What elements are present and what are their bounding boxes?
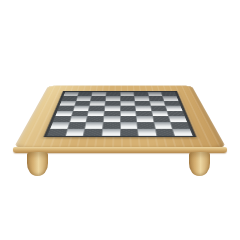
board-square-r6-c1 [68, 122, 86, 128]
board-square-r4-c3 [104, 111, 119, 116]
board-square-r5-c2 [87, 116, 104, 122]
board-square-r3-c1 [73, 106, 89, 111]
board-square-r6-c0 [50, 122, 69, 128]
board-square-r3-c4 [120, 106, 135, 111]
board-square-r6-c4 [120, 122, 137, 128]
table-leg-right [189, 152, 210, 176]
board-square-r6-c6 [154, 122, 172, 128]
board-square-r7-c0 [47, 129, 66, 136]
board-square-r6-c2 [85, 122, 102, 128]
board-square-r4-c7 [168, 111, 185, 116]
board-square-r7-c5 [138, 129, 156, 136]
board-square-r6-c7 [171, 122, 190, 128]
board-square-r7-c7 [173, 129, 192, 136]
board-square-r6-c5 [137, 122, 154, 128]
board-table-top [13, 85, 227, 149]
board-square-r3-c5 [136, 106, 151, 111]
board-square-r4-c0 [55, 111, 72, 116]
board-square-r7-c4 [120, 129, 137, 136]
board-grid [47, 92, 192, 136]
board-square-r3-c3 [105, 106, 120, 111]
board-square-r5-c3 [104, 116, 120, 122]
board-square-r7-c1 [66, 129, 85, 136]
board-square-r5-c1 [70, 116, 87, 122]
board-square-r3-c7 [166, 106, 182, 111]
board-square-r3-c6 [151, 106, 167, 111]
board-square-r4-c5 [136, 111, 152, 116]
board-square-r3-c2 [89, 106, 104, 111]
board-square-r7-c3 [102, 129, 119, 136]
board-square-r4-c6 [152, 111, 169, 116]
board-square-r3-c0 [58, 106, 74, 111]
board-square-r5-c6 [153, 116, 170, 122]
board-square-r5-c4 [120, 116, 136, 122]
board-square-r4-c2 [88, 111, 104, 116]
checkerboard-inset [44, 91, 196, 136]
board-square-r4-c1 [72, 111, 89, 116]
product-photo [0, 0, 240, 240]
board-square-r7-c2 [84, 129, 102, 136]
board-square-r6-c3 [103, 122, 120, 128]
table-leg-left [27, 152, 48, 176]
board-square-r5-c0 [53, 116, 71, 122]
board-square-r5-c5 [137, 116, 154, 122]
board-square-r4-c4 [120, 111, 135, 116]
board-square-r5-c7 [169, 116, 187, 122]
board-square-r7-c6 [156, 129, 175, 136]
